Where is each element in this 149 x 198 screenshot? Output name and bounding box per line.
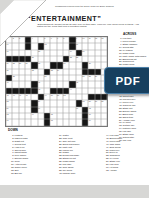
cell-number: 29 (63, 62, 65, 64)
cell-number: 55 (82, 100, 84, 102)
cell-number: 65 (51, 113, 53, 115)
cell-number: 26 (19, 62, 21, 64)
clue-text: Big top (15, 172, 53, 175)
cell-number: 19 (70, 50, 72, 52)
cell-number: 23 (76, 56, 78, 58)
clue-item: 43Parade float (56, 172, 98, 175)
cell-number: 44 (70, 88, 72, 90)
down-clue-column: 1Festival2Usher's path3Night out4Circus … (8, 134, 52, 175)
cell-number: 61 (76, 107, 78, 109)
cell-number: 49 (44, 94, 46, 96)
down-clue-column: 19Jester23Juke joint24One-act play25Song… (56, 134, 98, 175)
cell-number: 12 (95, 37, 97, 39)
cell-number: 21 (32, 56, 34, 58)
cell-number: 67 (6, 119, 8, 121)
cell-number: 56 (89, 100, 91, 102)
across-header: ACROSS (123, 32, 148, 36)
cell-number: 32 (32, 69, 34, 71)
clue-item: 63Amuse (103, 169, 147, 172)
cell-number: 68 (51, 119, 53, 121)
cell-number: 8 (63, 37, 64, 39)
cell-number: 47 (19, 94, 21, 96)
cell-number: 13 (101, 37, 103, 39)
cell-number: 9 (76, 37, 77, 39)
cell-number: 57 (95, 100, 97, 102)
cell-number: 48 (25, 94, 27, 96)
cell-number: 62 (89, 107, 91, 109)
cell-number: 60 (38, 107, 40, 109)
cell-number: 58 (101, 100, 103, 102)
cell-number: 28 (38, 62, 40, 64)
down-header: DOWN (8, 128, 18, 132)
cell-number: 52 (63, 94, 65, 96)
pdf-download-button[interactable]: PDF (104, 67, 149, 94)
cell-number: 36 (44, 75, 46, 77)
pdf-button-label: PDF (116, 75, 141, 87)
cell-number: 42 (76, 81, 78, 83)
cell-number: 22 (70, 56, 72, 58)
cell-number: 53 (6, 100, 8, 102)
clue-item: 18Big top (8, 172, 52, 175)
cell-number: 41 (38, 81, 40, 83)
page-curl (0, 0, 50, 50)
clue-text: Parade float (63, 172, 99, 175)
cell-number: 50 (51, 94, 53, 96)
cell-number: 7 (57, 37, 58, 39)
down-clue-column: 44Fun park45Board game46Movie star47Jazz… (103, 134, 147, 175)
puzzle-instructions: “Entertainment” doesn’t head its own clu… (37, 24, 145, 30)
cell-number: 25 (13, 62, 15, 64)
page-header-line: Crossword puzzles from the Spice Rack fo… (55, 5, 114, 8)
cell-number: 11 (89, 37, 91, 39)
cell-number: 40 (6, 81, 8, 83)
clue-text: Amuse (110, 169, 148, 172)
cell-number: 45 (6, 94, 8, 96)
cell-number: 33 (51, 69, 53, 71)
cell-number: 39 (95, 75, 97, 77)
grid-cell[interactable] (101, 119, 107, 125)
cell-number: 34 (57, 69, 59, 71)
cell-number: 30 (89, 62, 91, 64)
cell-number: 31 (6, 69, 8, 71)
cell-number: 24 (6, 62, 8, 64)
cell-number: 59 (6, 107, 8, 109)
cell-number: 17 (6, 50, 8, 52)
cell-number: 64 (32, 113, 34, 115)
cell-number: 46 (13, 94, 15, 96)
cell-number: 20 (82, 50, 84, 52)
cell-number: 66 (89, 113, 91, 115)
cell-number: 6 (51, 37, 52, 39)
cell-number: 54 (38, 100, 40, 102)
cell-number: 38 (89, 75, 91, 77)
crossword-page: { "game": "crossword", "position": "...#… (0, 0, 149, 198)
cell-number: 18 (38, 50, 40, 52)
cell-number: 37 (82, 75, 84, 77)
cell-number: 69 (89, 119, 91, 121)
cell-number: 51 (57, 94, 59, 96)
cell-number: 27 (25, 62, 27, 64)
down-clue-list: 1Festival2Usher's path3Night out4Circus … (8, 134, 147, 175)
cell-number: 35 (13, 75, 15, 77)
cell-number: 63 (6, 113, 8, 115)
cell-number: 10 (82, 37, 84, 39)
cell-number: 16 (76, 43, 78, 45)
cell-number: 43 (38, 88, 40, 90)
